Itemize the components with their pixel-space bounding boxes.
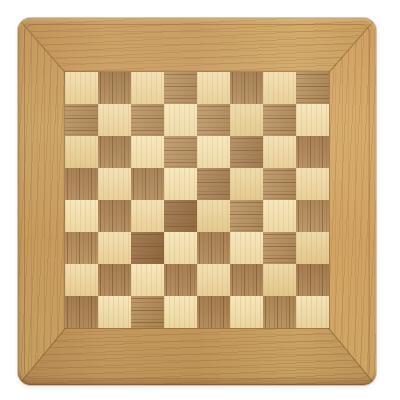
square-h5[interactable] xyxy=(296,168,329,200)
square-f6[interactable] xyxy=(230,136,263,168)
square-h2[interactable] xyxy=(296,264,329,296)
square-d2[interactable] xyxy=(164,264,197,296)
square-d1[interactable] xyxy=(164,296,197,328)
square-g5[interactable] xyxy=(263,168,296,200)
square-f5[interactable] xyxy=(230,168,263,200)
square-g7[interactable] xyxy=(263,104,296,136)
square-f1[interactable] xyxy=(230,296,263,328)
square-d5[interactable] xyxy=(164,168,197,200)
chess-board-table xyxy=(18,18,376,385)
page-background: { "game": "chess", "position": "8/8/8/8/… xyxy=(0,0,400,400)
square-b3[interactable] xyxy=(98,232,131,264)
square-e7[interactable] xyxy=(197,104,230,136)
square-a1[interactable] xyxy=(65,296,98,328)
square-e5[interactable] xyxy=(197,168,230,200)
square-e4[interactable] xyxy=(197,200,230,232)
square-f4[interactable] xyxy=(230,200,263,232)
square-a8[interactable] xyxy=(65,72,98,104)
square-e6[interactable] xyxy=(197,136,230,168)
square-h7[interactable] xyxy=(296,104,329,136)
square-d7[interactable] xyxy=(164,104,197,136)
square-d4[interactable] xyxy=(164,200,197,232)
square-a5[interactable] xyxy=(65,168,98,200)
square-b5[interactable] xyxy=(98,168,131,200)
square-b1[interactable] xyxy=(98,296,131,328)
square-c5[interactable] xyxy=(131,168,164,200)
frame-rail-bottom xyxy=(18,328,376,385)
square-c7[interactable] xyxy=(131,104,164,136)
square-h4[interactable] xyxy=(296,200,329,232)
board-squares[interactable] xyxy=(65,72,329,328)
square-c2[interactable] xyxy=(131,264,164,296)
square-h8[interactable] xyxy=(296,72,329,104)
square-e8[interactable] xyxy=(197,72,230,104)
square-g2[interactable] xyxy=(263,264,296,296)
square-e3[interactable] xyxy=(197,232,230,264)
frame-rail-top xyxy=(18,18,376,72)
square-d8[interactable] xyxy=(164,72,197,104)
square-c3[interactable] xyxy=(131,232,164,264)
square-g6[interactable] xyxy=(263,136,296,168)
square-a6[interactable] xyxy=(65,136,98,168)
frame-rail-right xyxy=(329,18,376,385)
square-d6[interactable] xyxy=(164,136,197,168)
frame-rail-left xyxy=(18,18,65,385)
square-g1[interactable] xyxy=(263,296,296,328)
square-b6[interactable] xyxy=(98,136,131,168)
square-a2[interactable] xyxy=(65,264,98,296)
square-f8[interactable] xyxy=(230,72,263,104)
square-c1[interactable] xyxy=(131,296,164,328)
square-f3[interactable] xyxy=(230,232,263,264)
square-b2[interactable] xyxy=(98,264,131,296)
square-c8[interactable] xyxy=(131,72,164,104)
square-b8[interactable] xyxy=(98,72,131,104)
square-e2[interactable] xyxy=(197,264,230,296)
square-c6[interactable] xyxy=(131,136,164,168)
square-a4[interactable] xyxy=(65,200,98,232)
square-d3[interactable] xyxy=(164,232,197,264)
square-b7[interactable] xyxy=(98,104,131,136)
square-f2[interactable] xyxy=(230,264,263,296)
square-h3[interactable] xyxy=(296,232,329,264)
square-f7[interactable] xyxy=(230,104,263,136)
square-e1[interactable] xyxy=(197,296,230,328)
square-h6[interactable] xyxy=(296,136,329,168)
square-g4[interactable] xyxy=(263,200,296,232)
square-c4[interactable] xyxy=(131,200,164,232)
square-a3[interactable] xyxy=(65,232,98,264)
square-g3[interactable] xyxy=(263,232,296,264)
square-h1[interactable] xyxy=(296,296,329,328)
square-b4[interactable] xyxy=(98,200,131,232)
square-a7[interactable] xyxy=(65,104,98,136)
square-g8[interactable] xyxy=(263,72,296,104)
